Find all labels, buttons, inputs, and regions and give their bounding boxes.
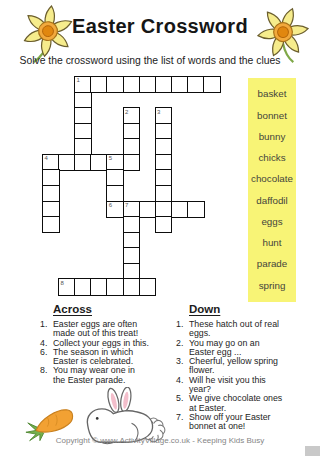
crossword-grid: 12345678 [42, 76, 221, 296]
clue-number-label: 5 [109, 155, 112, 161]
clue-text: Will he visit you this year? [189, 376, 266, 395]
clue-number: 8. [40, 366, 53, 385]
clue-text: Cheerful, yellow spring flower. [189, 357, 278, 376]
clue-item: 8.You may wear one in the Easter parade. [40, 366, 160, 385]
grid-cell[interactable] [155, 216, 173, 233]
clue-number: 1. [40, 320, 53, 339]
word-list-item: bunny [259, 132, 286, 142]
clue-number-label: 4 [44, 155, 47, 161]
clue-item: 3.Cheerful, yellow spring flower. [176, 357, 298, 376]
clue-number: 6. [40, 348, 53, 367]
clue-item: 7.Show off your Easter bonnet at one! [176, 413, 298, 432]
clue-item: 1.These hatch out of real eggs. [176, 320, 298, 339]
copyright-footer: Copyright © www.ActivityVillage.co.uk - … [0, 436, 320, 445]
clue-text: Show off your Easter bonnet at one! [189, 413, 271, 432]
grid-cell[interactable] [203, 76, 221, 93]
instructions: Solve the crossword using the list of wo… [0, 55, 305, 66]
clue-number-label: 6 [109, 202, 112, 208]
across-heading: Across [53, 303, 160, 315]
worksheet-page: Easter Crossword Solve the crossword usi… [0, 0, 320, 456]
across-clues: Across 1.Easter eggs are often made out … [40, 303, 160, 385]
grid-cell[interactable] [187, 201, 205, 218]
across-list: 1.Easter eggs are often made out of this… [40, 320, 160, 385]
grid-cell[interactable] [123, 154, 141, 171]
down-list: 1.These hatch out of real eggs.2.You may… [176, 320, 298, 432]
word-list-item: basket [258, 89, 287, 99]
clue-item: 4.Will he visit you this year? [176, 376, 298, 395]
clue-text: You may go on an Easter egg ... [189, 339, 260, 358]
clue-number-label: 7 [125, 202, 128, 208]
word-list-item: parade [257, 259, 288, 269]
grid-cell[interactable] [42, 216, 60, 233]
clue-text: The season in which Easter is celebrated… [53, 348, 133, 367]
clue-number: 4. [176, 376, 189, 395]
word-list-item: daffodil [256, 196, 287, 206]
clue-number: 5. [176, 394, 189, 413]
clue-number-label: 1 [77, 77, 80, 83]
clue-text: Easter eggs are often made out of this t… [53, 320, 138, 339]
clue-number-label: 2 [125, 109, 128, 115]
clue-number: 1. [176, 320, 189, 339]
clue-number: 2. [176, 339, 189, 358]
page-shadow [305, 446, 320, 456]
word-list-item: eggs [261, 217, 282, 227]
word-list-item: spring [259, 281, 286, 291]
clue-number: 3. [176, 357, 189, 376]
down-clues: Down 1.These hatch out of real eggs.2.Yo… [176, 303, 298, 432]
clue-number-label: 8 [60, 280, 63, 286]
clue-item: 2.You may go on an Easter egg ... [176, 339, 298, 358]
clue-text: You may wear one in the Easter parade. [53, 366, 135, 385]
clue-item: 1.Easter eggs are often made out of this… [40, 320, 160, 339]
clue-number: 7. [176, 413, 189, 432]
word-list-item: chicks [258, 153, 285, 163]
clue-number-label: 3 [157, 109, 160, 115]
clue-item: 6.The season in which Easter is celebrat… [40, 348, 160, 367]
word-list-item: chocolate [251, 174, 293, 184]
clue-text: We give chocolate ones at Easter. [189, 394, 282, 413]
word-list: basketbonnetbunnychickschocolatedaffodil… [248, 78, 296, 302]
word-list-item: bonnet [257, 111, 287, 121]
clue-item: 5.We give chocolate ones at Easter. [176, 394, 298, 413]
word-list-item: hunt [262, 238, 281, 248]
grid-cell[interactable] [139, 278, 157, 295]
down-heading: Down [189, 303, 298, 315]
clue-text: These hatch out of real eggs. [189, 320, 279, 339]
